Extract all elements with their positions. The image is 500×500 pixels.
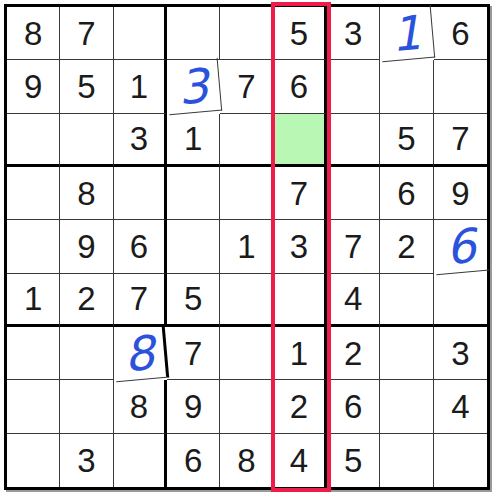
cell-r3c2[interactable] bbox=[60, 114, 113, 167]
cell-r2c6[interactable]: 6 bbox=[274, 60, 327, 113]
cell-r7c1[interactable] bbox=[7, 327, 60, 380]
cell-r8c2[interactable] bbox=[60, 380, 113, 433]
cell-r8c1[interactable] bbox=[7, 380, 60, 433]
cell-r1c9[interactable]: 6 bbox=[434, 7, 487, 60]
cell-r8c6[interactable]: 2 bbox=[274, 380, 327, 433]
cell-r6c3[interactable]: 7 bbox=[114, 274, 167, 327]
cell-r7c4[interactable]: 7 bbox=[167, 327, 220, 380]
cell-r5c2[interactable]: 9 bbox=[60, 220, 113, 273]
cell-r1c2[interactable]: 7 bbox=[60, 7, 113, 60]
cell-r3c5[interactable] bbox=[220, 114, 273, 167]
cell-r1c6[interactable]: 5 bbox=[274, 7, 327, 60]
cell-r6c4[interactable]: 5 bbox=[167, 274, 220, 327]
cell-r6c5[interactable] bbox=[220, 274, 273, 327]
cell-r3c4[interactable]: 1 bbox=[167, 114, 220, 167]
cell-r8c8[interactable] bbox=[380, 380, 433, 433]
cell-r9c7[interactable]: 5 bbox=[327, 434, 380, 487]
cell-r3c9[interactable]: 7 bbox=[434, 114, 487, 167]
cell-r2c5[interactable]: 7 bbox=[220, 60, 273, 113]
cell-r5c7[interactable]: 7 bbox=[327, 220, 380, 273]
cell-r8c5[interactable] bbox=[220, 380, 273, 433]
sudoku-board-wrap: 8753169513763157876996137261275487123892… bbox=[4, 4, 490, 490]
cell-r7c8[interactable] bbox=[380, 327, 433, 380]
cell-r3c8[interactable]: 5 bbox=[380, 114, 433, 167]
cell-r8c3[interactable]: 8 bbox=[114, 380, 167, 433]
cell-r7c3[interactable]: 8 bbox=[111, 325, 169, 383]
cell-r9c9[interactable] bbox=[434, 434, 487, 487]
cell-r1c5[interactable] bbox=[220, 7, 273, 60]
cell-r4c2[interactable]: 8 bbox=[60, 167, 113, 220]
cell-r3c6[interactable] bbox=[274, 114, 327, 167]
cell-r4c3[interactable] bbox=[114, 167, 167, 220]
cell-r5c9[interactable]: 6 bbox=[431, 218, 489, 276]
cell-r2c8[interactable] bbox=[380, 60, 433, 113]
cell-r7c2[interactable] bbox=[60, 327, 113, 380]
cell-r8c4[interactable]: 9 bbox=[167, 380, 220, 433]
cell-r6c6[interactable] bbox=[274, 274, 327, 327]
cell-r1c3[interactable] bbox=[114, 7, 167, 60]
cell-r9c4[interactable]: 6 bbox=[167, 434, 220, 487]
cell-r5c1[interactable] bbox=[7, 220, 60, 273]
cell-r4c7[interactable] bbox=[327, 167, 380, 220]
cell-r6c8[interactable] bbox=[380, 274, 433, 327]
cell-r1c7[interactable]: 3 bbox=[327, 7, 380, 60]
cell-r9c6[interactable]: 4 bbox=[274, 434, 327, 487]
cell-r4c4[interactable] bbox=[167, 167, 220, 220]
cell-r6c9[interactable] bbox=[434, 274, 487, 327]
cell-r7c7[interactable]: 2 bbox=[327, 327, 380, 380]
cell-r6c7[interactable]: 4 bbox=[327, 274, 380, 327]
cell-r8c7[interactable]: 6 bbox=[327, 380, 380, 433]
cell-r7c5[interactable] bbox=[220, 327, 273, 380]
cell-r5c8[interactable]: 2 bbox=[380, 220, 433, 273]
cell-r9c2[interactable]: 3 bbox=[60, 434, 113, 487]
cell-r2c9[interactable] bbox=[434, 60, 487, 113]
cell-r2c3[interactable]: 1 bbox=[114, 60, 167, 113]
cell-r6c1[interactable]: 1 bbox=[7, 274, 60, 327]
cell-r4c9[interactable]: 9 bbox=[434, 167, 487, 220]
cell-r7c9[interactable]: 3 bbox=[434, 327, 487, 380]
cell-r5c4[interactable] bbox=[167, 220, 220, 273]
cell-r4c1[interactable] bbox=[7, 167, 60, 220]
cell-r8c9[interactable]: 4 bbox=[434, 380, 487, 433]
cell-r2c4[interactable]: 3 bbox=[165, 58, 223, 116]
cell-r3c1[interactable] bbox=[7, 114, 60, 167]
cell-r5c6[interactable]: 3 bbox=[274, 220, 327, 273]
cell-r1c8[interactable]: 1 bbox=[378, 5, 436, 63]
cell-r4c5[interactable] bbox=[220, 167, 273, 220]
cell-r2c1[interactable]: 9 bbox=[7, 60, 60, 113]
cell-r4c6[interactable]: 7 bbox=[274, 167, 327, 220]
cell-r5c5[interactable]: 1 bbox=[220, 220, 273, 273]
cell-r9c1[interactable] bbox=[7, 434, 60, 487]
cell-r4c8[interactable]: 6 bbox=[380, 167, 433, 220]
cell-r9c5[interactable]: 8 bbox=[220, 434, 273, 487]
cell-r7c6[interactable]: 1 bbox=[274, 327, 327, 380]
cell-r2c7[interactable] bbox=[327, 60, 380, 113]
cell-r6c2[interactable]: 2 bbox=[60, 274, 113, 327]
cell-r1c4[interactable] bbox=[167, 7, 220, 60]
cell-r3c3[interactable]: 3 bbox=[114, 114, 167, 167]
sudoku-board: 8753169513763157876996137261275487123892… bbox=[4, 4, 490, 490]
cell-r9c8[interactable] bbox=[380, 434, 433, 487]
cell-r5c3[interactable]: 6 bbox=[114, 220, 167, 273]
cell-r3c7[interactable] bbox=[327, 114, 380, 167]
cell-r9c3[interactable] bbox=[114, 434, 167, 487]
cell-r1c1[interactable]: 8 bbox=[7, 7, 60, 60]
cell-r2c2[interactable]: 5 bbox=[60, 60, 113, 113]
